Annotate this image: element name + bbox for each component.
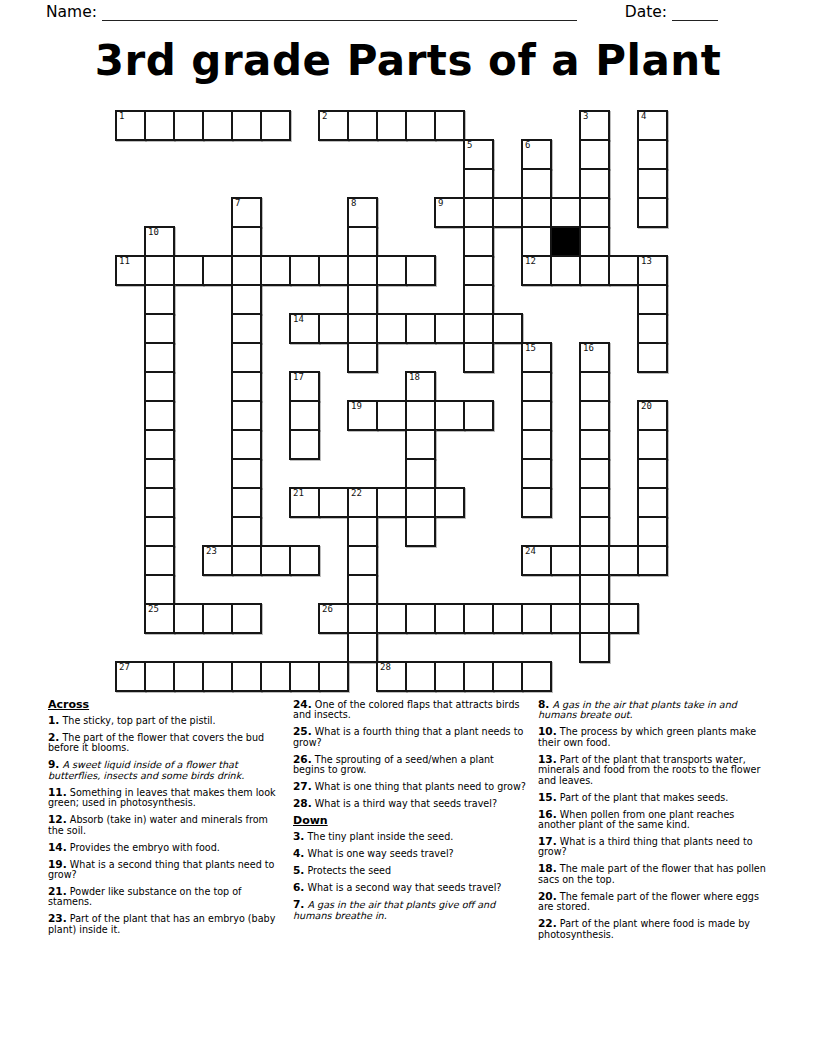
clue-18-down: 18. The male part of the flower that has… <box>538 863 772 885</box>
grid-cell-r4c8[interactable] <box>347 226 378 257</box>
grid-cell-r0c5[interactable] <box>260 110 291 141</box>
grid-cell-r12c16[interactable] <box>579 458 610 489</box>
clue-24-across: 24. One of the colored flaps that attrac… <box>293 699 527 721</box>
grid-cell-r1c18[interactable] <box>637 139 668 170</box>
grid-cell-r9c4[interactable] <box>231 371 262 402</box>
grid-cell-r0c3[interactable] <box>202 110 233 141</box>
grid-cell-r7c6[interactable]: 14 <box>289 313 320 344</box>
grid-cell-r10c10[interactable] <box>405 400 436 431</box>
grid-cell-r5c17[interactable] <box>608 255 639 286</box>
grid-cell-r6c18[interactable] <box>637 284 668 315</box>
grid-cell-r13c18[interactable] <box>637 487 668 518</box>
cell-number-27: 27 <box>119 663 130 672</box>
grid-cell-r13c14[interactable] <box>521 487 552 518</box>
clue-7-down: 7. A gas in the air that plants give off… <box>293 899 527 921</box>
grid-cell-r7c4[interactable] <box>231 313 262 344</box>
grid-cell-r0c18[interactable]: 4 <box>637 110 668 141</box>
clue-8-down: 8. A gas in the air that plants take in … <box>538 699 772 721</box>
grid-cell-r5c15[interactable] <box>550 255 581 286</box>
grid-cell-r13c1[interactable] <box>144 487 175 518</box>
grid-cell-r8c16[interactable]: 16 <box>579 342 610 373</box>
grid-cell-r17c3[interactable] <box>202 603 233 634</box>
grid-cell-r7c7[interactable] <box>318 313 349 344</box>
grid-cell-r14c1[interactable] <box>144 516 175 547</box>
grid-cell-r17c9[interactable] <box>376 603 407 634</box>
clue-16-down: 16. When pollen from one plant reaches a… <box>538 809 772 831</box>
page-title: 3rd grade Parts of a Plant <box>0 36 816 86</box>
grid-cell-r4c1[interactable]: 10 <box>144 226 175 257</box>
grid-cell-r17c4[interactable] <box>231 603 262 634</box>
grid-cell-r19c11[interactable] <box>434 661 465 692</box>
grid-cell-r9c14[interactable] <box>521 371 552 402</box>
name-date-row: Name: Date: <box>46 3 718 21</box>
clue-6-down: 6. What is a second way that seeds trave… <box>293 882 527 893</box>
grid-cell-r12c4[interactable] <box>231 458 262 489</box>
grid-cell-r10c9[interactable] <box>376 400 407 431</box>
grid-cell-r19c13[interactable] <box>492 661 523 692</box>
clue-27-across: 27. What is one thing that plants need t… <box>293 781 527 792</box>
grid-cell-r10c16[interactable] <box>579 400 610 431</box>
cell-number-2: 2 <box>322 112 327 121</box>
grid-cell-r3c12[interactable] <box>463 197 494 228</box>
grid-cell-r13c11[interactable] <box>434 487 465 518</box>
clue-26-across: 26. The sprouting of a seed/when a plant… <box>293 754 527 776</box>
grid-cell-r9c6[interactable]: 17 <box>289 371 320 402</box>
grid-cell-r7c13[interactable] <box>492 313 523 344</box>
grid-cell-r0c1[interactable] <box>144 110 175 141</box>
grid-cell-r10c4[interactable] <box>231 400 262 431</box>
grid-cell-r5c16[interactable] <box>579 255 610 286</box>
grid-cell-r6c4[interactable] <box>231 284 262 315</box>
grid-cell-r5c5[interactable] <box>260 255 291 286</box>
grid-cell-r5c8[interactable] <box>347 255 378 286</box>
grid-cell-r13c16[interactable] <box>579 487 610 518</box>
grid-cell-r15c3[interactable]: 23 <box>202 545 233 576</box>
grid-cell-r10c6[interactable] <box>289 400 320 431</box>
grid-cell-r4c16[interactable] <box>579 226 610 257</box>
grid-cell-r11c18[interactable] <box>637 429 668 460</box>
cell-number-3: 3 <box>583 112 588 121</box>
grid-cell-r8c8[interactable] <box>347 342 378 373</box>
cell-number-24: 24 <box>525 547 536 556</box>
grid-cell-r5c2[interactable] <box>173 255 204 286</box>
down-clue-list-2: 8. A gas in the air that plants take in … <box>538 699 772 940</box>
cell-number-21: 21 <box>293 489 304 498</box>
clue-column-3: 8. A gas in the air that plants take in … <box>538 699 772 946</box>
grid-cell-r6c12[interactable] <box>463 284 494 315</box>
grid-cell-r15c17[interactable] <box>608 545 639 576</box>
down-clue-list-1: 3. The tiny plant inside the seed.4. Wha… <box>293 831 527 921</box>
grid-cell-r19c4[interactable] <box>231 661 262 692</box>
grid-cell-r3c18[interactable] <box>637 197 668 228</box>
grid-cell-r8c18[interactable] <box>637 342 668 373</box>
across-header: Across <box>48 699 282 711</box>
clue-1-across: 1. The sticky, top part of the pistil. <box>48 715 282 726</box>
grid-cell-r8c1[interactable] <box>144 342 175 373</box>
grid-cell-r15c4[interactable] <box>231 545 262 576</box>
grid-cell-r14c10[interactable] <box>405 516 436 547</box>
grid-cell-r15c15[interactable] <box>550 545 581 576</box>
clue-5-down: 5. Protects the seed <box>293 865 527 876</box>
grid-cell-r4c12[interactable] <box>463 226 494 257</box>
grid-cell-r7c9[interactable] <box>376 313 407 344</box>
grid-cell-r8c12[interactable] <box>463 342 494 373</box>
grid-cell-r3c13[interactable] <box>492 197 523 228</box>
clue-15-down: 15. Part of the plant that makes seeds. <box>538 792 772 803</box>
grid-cell-r1c14[interactable]: 6 <box>521 139 552 170</box>
clue-4-down: 4. What is one way seeds travel? <box>293 848 527 859</box>
grid-cell-r13c4[interactable] <box>231 487 262 518</box>
clues-section: Across 1. The sticky, top part of the pi… <box>48 699 772 946</box>
grid-cell-r19c6[interactable] <box>289 661 320 692</box>
grid-cell-r10c14[interactable] <box>521 400 552 431</box>
grid-cell-r5c18[interactable]: 13 <box>637 255 668 286</box>
grid-cell-r14c8[interactable] <box>347 516 378 547</box>
clue-25-across: 25. What is a fourth thing that a plant … <box>293 726 527 748</box>
cell-number-16: 16 <box>583 344 594 353</box>
grid-cell-r19c10[interactable] <box>405 661 436 692</box>
cell-number-11: 11 <box>119 257 130 266</box>
grid-cell-r8c14[interactable]: 15 <box>521 342 552 373</box>
grid-cell-r13c7[interactable] <box>318 487 349 518</box>
grid-cell-r16c8[interactable] <box>347 574 378 605</box>
grid-cell-r3c16[interactable] <box>579 197 610 228</box>
grid-cell-r17c13[interactable] <box>492 603 523 634</box>
grid-cell-r5c9[interactable] <box>376 255 407 286</box>
grid-cell-r17c12[interactable] <box>463 603 494 634</box>
grid-cell-r5c12[interactable] <box>463 255 494 286</box>
across-clue-list-1: 1. The sticky, top part of the pistil.2.… <box>48 715 282 935</box>
grid-cell-r11c10[interactable] <box>405 429 436 460</box>
clue-2-across: 2. The part of the flower that covers th… <box>48 732 282 754</box>
clue-19-across: 19. What is a second thing that plants n… <box>48 859 282 881</box>
grid-cell-r17c14[interactable] <box>521 603 552 634</box>
grid-cell-r19c1[interactable] <box>144 661 175 692</box>
clue-17-down: 17. What is a third thing that plants ne… <box>538 836 772 858</box>
grid-cell-r17c7[interactable]: 26 <box>318 603 349 634</box>
date-input-line[interactable] <box>672 5 718 21</box>
grid-cell-r4c14[interactable] <box>521 226 552 257</box>
grid-cell-r3c4[interactable]: 7 <box>231 197 262 228</box>
grid-cell-r13c6[interactable]: 21 <box>289 487 320 518</box>
clue-12-across: 12. Absorb (take in) water and minerals … <box>48 814 282 836</box>
cell-number-28: 28 <box>380 663 391 672</box>
clue-column-1: Across 1. The sticky, top part of the pi… <box>48 699 282 946</box>
grid-cell-r17c11[interactable] <box>434 603 465 634</box>
grid-cell-r7c11[interactable] <box>434 313 465 344</box>
grid-cell-r6c8[interactable] <box>347 284 378 315</box>
grid-cell-r1c16[interactable] <box>579 139 610 170</box>
black-cell <box>550 226 581 257</box>
grid-cell-r19c0[interactable]: 27 <box>115 661 146 692</box>
clue-23-across: 23. Part of the plant that has an embryo… <box>48 913 282 935</box>
grid-cell-r11c1[interactable] <box>144 429 175 460</box>
grid-cell-r7c12[interactable] <box>463 313 494 344</box>
grid-cell-r6c1[interactable] <box>144 284 175 315</box>
grid-cell-r2c12[interactable] <box>463 168 494 199</box>
grid-cell-r11c6[interactable] <box>289 429 320 460</box>
clue-21-across: 21. Powder like substance on the top of … <box>48 886 282 908</box>
grid-cell-r15c1[interactable] <box>144 545 175 576</box>
grid-cell-r17c2[interactable] <box>173 603 204 634</box>
cell-number-14: 14 <box>293 315 304 324</box>
grid-cell-r5c6[interactable] <box>289 255 320 286</box>
grid-cell-r12c18[interactable] <box>637 458 668 489</box>
across-clue-list-2: 24. One of the colored flaps that attrac… <box>293 699 527 810</box>
name-input-line[interactable] <box>102 5 577 21</box>
grid-cell-r17c15[interactable] <box>550 603 581 634</box>
grid-cell-r15c16[interactable] <box>579 545 610 576</box>
grid-cell-r19c12[interactable] <box>463 661 494 692</box>
crossword-grid: 1234567891011121314151617181920212223242… <box>116 111 698 693</box>
grid-cell-r1c12[interactable]: 5 <box>463 139 494 170</box>
grid-cell-r17c10[interactable] <box>405 603 436 634</box>
grid-cell-r0c9[interactable] <box>376 110 407 141</box>
grid-cell-r19c3[interactable] <box>202 661 233 692</box>
cell-number-10: 10 <box>148 228 159 237</box>
grid-cell-r14c4[interactable] <box>231 516 262 547</box>
grid-cell-r5c4[interactable] <box>231 255 262 286</box>
grid-cell-r19c2[interactable] <box>173 661 204 692</box>
cell-number-15: 15 <box>525 344 536 353</box>
cell-number-18: 18 <box>409 373 420 382</box>
grid-cell-r16c16[interactable] <box>579 574 610 605</box>
cell-number-4: 4 <box>641 112 646 121</box>
grid-cell-r5c3[interactable] <box>202 255 233 286</box>
grid-cell-r2c18[interactable] <box>637 168 668 199</box>
grid-cell-r15c5[interactable] <box>260 545 291 576</box>
grid-cell-r10c8[interactable]: 19 <box>347 400 378 431</box>
grid-cell-r9c10[interactable]: 18 <box>405 371 436 402</box>
grid-cell-r15c18[interactable] <box>637 545 668 576</box>
clue-11-across: 11. Something in leaves that makes them … <box>48 787 282 809</box>
grid-cell-r17c17[interactable] <box>608 603 639 634</box>
clue-20-down: 20. The female part of the flower where … <box>538 891 772 913</box>
grid-cell-r14c16[interactable] <box>579 516 610 547</box>
grid-cell-r10c18[interactable]: 20 <box>637 400 668 431</box>
worksheet-page: Name: Date: 3rd grade Parts of a Plant 1… <box>0 0 816 1056</box>
grid-cell-r12c14[interactable] <box>521 458 552 489</box>
grid-cell-r12c10[interactable] <box>405 458 436 489</box>
grid-cell-r9c16[interactable] <box>579 371 610 402</box>
grid-cell-r8c4[interactable] <box>231 342 262 373</box>
clue-13-down: 13. Part of the plant that transports wa… <box>538 754 772 786</box>
grid-cell-r7c8[interactable] <box>347 313 378 344</box>
clue-22-down: 22. Part of the plant where food is made… <box>538 918 772 940</box>
grid-cell-r12c1[interactable] <box>144 458 175 489</box>
grid-cell-r15c6[interactable] <box>289 545 320 576</box>
grid-cell-r18c16[interactable] <box>579 632 610 663</box>
grid-cell-r0c7[interactable]: 2 <box>318 110 349 141</box>
cell-number-8: 8 <box>351 199 356 208</box>
grid-cell-r2c16[interactable] <box>579 168 610 199</box>
cell-number-20: 20 <box>641 402 652 411</box>
grid-cell-r14c18[interactable] <box>637 516 668 547</box>
grid-cell-r3c11[interactable]: 9 <box>434 197 465 228</box>
grid-cell-r0c2[interactable] <box>173 110 204 141</box>
grid-cell-r13c9[interactable] <box>376 487 407 518</box>
grid-cell-r5c0[interactable]: 11 <box>115 255 146 286</box>
cell-number-25: 25 <box>148 605 159 614</box>
cell-number-5: 5 <box>467 141 472 150</box>
grid-cell-r0c4[interactable] <box>231 110 262 141</box>
grid-cell-r13c10[interactable] <box>405 487 436 518</box>
grid-cell-r13c8[interactable]: 22 <box>347 487 378 518</box>
grid-cell-r11c4[interactable] <box>231 429 262 460</box>
grid-cell-r15c14[interactable]: 24 <box>521 545 552 576</box>
grid-cell-r4c4[interactable] <box>231 226 262 257</box>
grid-cell-r11c16[interactable] <box>579 429 610 460</box>
cell-number-7: 7 <box>235 199 240 208</box>
grid-cell-r9c1[interactable] <box>144 371 175 402</box>
clue-3-down: 3. The tiny plant inside the seed. <box>293 831 527 842</box>
date-label: Date: <box>625 3 672 21</box>
grid-cell-r0c10[interactable] <box>405 110 436 141</box>
cell-number-6: 6 <box>525 141 530 150</box>
cell-number-26: 26 <box>322 605 333 614</box>
grid-cell-r10c1[interactable] <box>144 400 175 431</box>
grid-cell-r19c9[interactable]: 28 <box>376 661 407 692</box>
cell-number-9: 9 <box>438 199 443 208</box>
name-label: Name: <box>46 3 102 21</box>
grid-cell-r18c8[interactable] <box>347 632 378 663</box>
grid-cell-r7c18[interactable] <box>637 313 668 344</box>
cell-number-23: 23 <box>206 547 217 556</box>
grid-cell-r7c10[interactable] <box>405 313 436 344</box>
grid-cell-r17c16[interactable] <box>579 603 610 634</box>
cell-number-19: 19 <box>351 402 362 411</box>
grid-cell-r0c0[interactable]: 1 <box>115 110 146 141</box>
grid-cell-r3c15[interactable] <box>550 197 581 228</box>
grid-cell-r17c8[interactable] <box>347 603 378 634</box>
clue-28-across: 28. What is a third way that seeds trave… <box>293 798 527 809</box>
clue-14-across: 14. Provides the embryo with food. <box>48 842 282 853</box>
clue-column-2: 24. One of the colored flaps that attrac… <box>293 699 527 946</box>
grid-cell-r10c11[interactable] <box>434 400 465 431</box>
grid-cell-r7c1[interactable] <box>144 313 175 344</box>
grid-cell-r11c14[interactable] <box>521 429 552 460</box>
cell-number-12: 12 <box>525 257 536 266</box>
grid-cell-r0c11[interactable] <box>434 110 465 141</box>
clue-10-down: 10. The process by which green plants ma… <box>538 726 772 748</box>
grid-cell-r3c14[interactable] <box>521 197 552 228</box>
grid-cell-r19c14[interactable] <box>521 661 552 692</box>
grid-cell-r2c14[interactable] <box>521 168 552 199</box>
grid-cell-r17c1[interactable]: 25 <box>144 603 175 634</box>
grid-cell-r0c16[interactable]: 3 <box>579 110 610 141</box>
cell-number-1: 1 <box>119 112 124 121</box>
clue-9-across: 9. A sweet liquid inside of a flower tha… <box>48 759 282 781</box>
cell-number-17: 17 <box>293 373 304 382</box>
grid-cell-r5c14[interactable]: 12 <box>521 255 552 286</box>
grid-cell-r15c8[interactable] <box>347 545 378 576</box>
down-header: Down <box>293 815 527 827</box>
grid-cell-r10c12[interactable] <box>463 400 494 431</box>
grid-cell-r5c10[interactable] <box>405 255 436 286</box>
grid-cell-r19c5[interactable] <box>260 661 291 692</box>
grid-cell-r0c8[interactable] <box>347 110 378 141</box>
cell-number-13: 13 <box>641 257 652 266</box>
grid-cell-r3c8[interactable]: 8 <box>347 197 378 228</box>
grid-cell-r5c1[interactable] <box>144 255 175 286</box>
grid-cell-r16c1[interactable] <box>144 574 175 605</box>
grid-cell-r19c7[interactable] <box>318 661 349 692</box>
cell-number-22: 22 <box>351 489 362 498</box>
grid-cell-r5c7[interactable] <box>318 255 349 286</box>
